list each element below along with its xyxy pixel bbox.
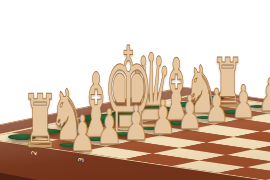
- chess-board: [0, 87, 270, 180]
- board-grid: [0, 94, 270, 180]
- board-inner-frame: [0, 93, 270, 180]
- scene: 2 3 ♜♞♝♛♚♝♞♜♟♟♟♟♟♟♟♟: [0, 0, 270, 180]
